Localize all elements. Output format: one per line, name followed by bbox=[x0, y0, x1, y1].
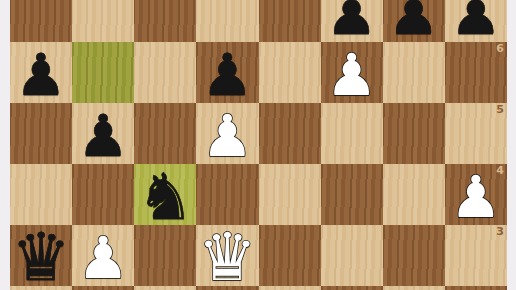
square-b4[interactable] bbox=[72, 164, 134, 225]
right-margin bbox=[507, 0, 516, 290]
square-f4[interactable] bbox=[321, 164, 383, 225]
square-h3[interactable]: 3 bbox=[445, 225, 507, 286]
square-h2[interactable] bbox=[445, 286, 507, 290]
square-h5[interactable]: 5 bbox=[445, 103, 507, 164]
square-a2[interactable] bbox=[10, 286, 72, 290]
square-e3[interactable] bbox=[259, 225, 321, 286]
square-e7[interactable] bbox=[259, 0, 321, 42]
square-g6[interactable] bbox=[383, 42, 445, 103]
black-knight[interactable]: ♞ bbox=[134, 166, 196, 227]
square-a4[interactable] bbox=[10, 164, 72, 225]
black-pawn[interactable]: ♟ bbox=[383, 0, 445, 44]
black-pawn[interactable]: ♟ bbox=[72, 105, 134, 166]
square-a5[interactable] bbox=[10, 103, 72, 164]
square-h4[interactable]: ♟4 bbox=[445, 164, 507, 225]
square-f2[interactable] bbox=[321, 286, 383, 290]
square-b3[interactable]: ♟ bbox=[72, 225, 134, 286]
rank-label-5: 5 bbox=[496, 104, 504, 116]
square-f3[interactable] bbox=[321, 225, 383, 286]
square-g5[interactable] bbox=[383, 103, 445, 164]
white-pawn[interactable]: ♟ bbox=[321, 44, 383, 105]
rank-label-3: 3 bbox=[496, 226, 504, 238]
square-b7[interactable] bbox=[72, 0, 134, 42]
square-e6[interactable] bbox=[259, 42, 321, 103]
square-g4[interactable] bbox=[383, 164, 445, 225]
square-d7[interactable] bbox=[196, 0, 258, 42]
square-a7[interactable] bbox=[10, 0, 72, 42]
white-pawn[interactable]: ♟ bbox=[72, 227, 134, 288]
square-d4[interactable] bbox=[196, 164, 258, 225]
square-c3[interactable] bbox=[134, 225, 196, 286]
black-pawn[interactable]: ♟ bbox=[321, 0, 383, 44]
square-c5[interactable] bbox=[134, 103, 196, 164]
square-a6[interactable]: ♟ bbox=[10, 42, 72, 103]
square-e4[interactable] bbox=[259, 164, 321, 225]
square-g2[interactable] bbox=[383, 286, 445, 290]
chess-board-viewport: ♟♟♟♟♟♟6♟♟5♞♟4♛♟♛3 bbox=[0, 0, 516, 290]
square-c7[interactable] bbox=[134, 0, 196, 42]
square-g7[interactable]: ♟ bbox=[383, 0, 445, 42]
square-g3[interactable] bbox=[383, 225, 445, 286]
square-e2[interactable] bbox=[259, 286, 321, 290]
rank-label-6: 6 bbox=[496, 43, 504, 55]
square-c2[interactable] bbox=[134, 286, 196, 290]
left-margin bbox=[0, 0, 10, 290]
square-a3[interactable]: ♛ bbox=[10, 225, 72, 286]
square-d6[interactable]: ♟ bbox=[196, 42, 258, 103]
black-pawn[interactable]: ♟ bbox=[445, 0, 507, 44]
square-b2[interactable] bbox=[72, 286, 134, 290]
square-f7[interactable]: ♟ bbox=[321, 0, 383, 42]
square-d3[interactable]: ♛ bbox=[196, 225, 258, 286]
chess-board: ♟♟♟♟♟♟6♟♟5♞♟4♛♟♛3 bbox=[10, 0, 507, 290]
square-f5[interactable] bbox=[321, 103, 383, 164]
square-c6[interactable] bbox=[134, 42, 196, 103]
rank-label-4: 4 bbox=[496, 165, 504, 177]
black-pawn[interactable]: ♟ bbox=[196, 44, 258, 105]
square-b6[interactable] bbox=[72, 42, 134, 103]
square-h7[interactable]: ♟ bbox=[445, 0, 507, 42]
square-d5[interactable]: ♟ bbox=[196, 103, 258, 164]
white-queen[interactable]: ♛ bbox=[196, 227, 258, 288]
black-queen[interactable]: ♛ bbox=[10, 227, 72, 288]
square-d2[interactable] bbox=[196, 286, 258, 290]
square-f6[interactable]: ♟ bbox=[321, 42, 383, 103]
square-b5[interactable]: ♟ bbox=[72, 103, 134, 164]
white-pawn[interactable]: ♟ bbox=[196, 105, 258, 166]
black-pawn[interactable]: ♟ bbox=[10, 44, 72, 105]
square-e5[interactable] bbox=[259, 103, 321, 164]
square-c4[interactable]: ♞ bbox=[134, 164, 196, 225]
square-h6[interactable]: 6 bbox=[445, 42, 507, 103]
